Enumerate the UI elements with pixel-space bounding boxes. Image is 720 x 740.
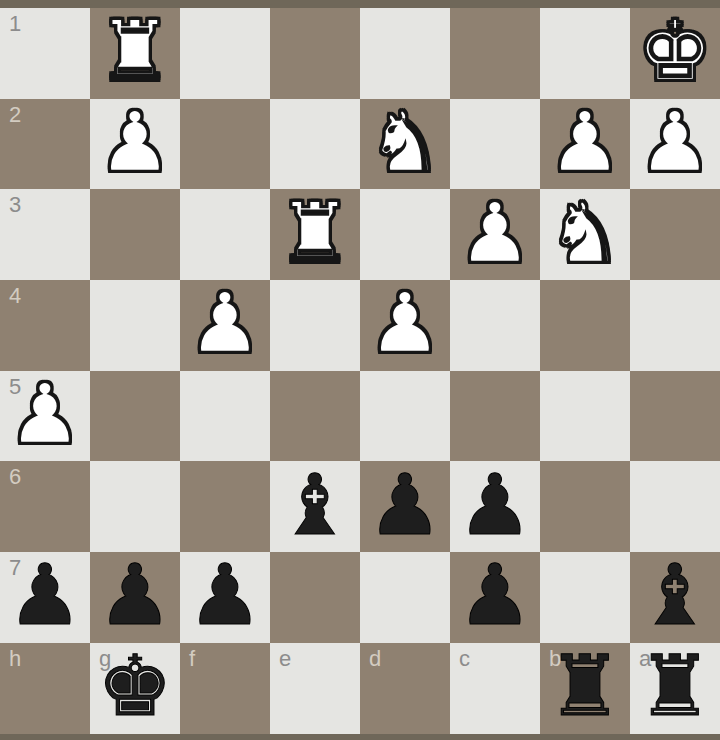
square-g7[interactable]: ♟ <box>90 552 180 643</box>
white-pawn-b2[interactable]: ♟ <box>540 99 630 190</box>
white-pawn-h5[interactable]: ♟ <box>0 371 90 462</box>
black-pawn-c7[interactable]: ♟ <box>450 552 540 643</box>
square-b3[interactable]: ♞ <box>540 189 630 280</box>
square-h8[interactable]: h <box>0 643 90 734</box>
square-a1[interactable]: ♚ <box>630 8 720 99</box>
square-e6[interactable]: ♝ <box>270 461 360 552</box>
square-d2[interactable]: ♞ <box>360 99 450 190</box>
square-a6[interactable] <box>630 461 720 552</box>
chess-app-screen: 1♜♚2♟♞♟♟3♜♟♞4♟♟5♟6♝♟♟7♟♟♟♟♝hg♚fedcb♜a♜ <box>0 0 720 740</box>
square-f4[interactable]: ♟ <box>180 280 270 371</box>
square-c3[interactable]: ♟ <box>450 189 540 280</box>
white-pawn-f4[interactable]: ♟ <box>180 280 270 371</box>
black-bishop-e6[interactable]: ♝ <box>270 461 360 552</box>
square-b8[interactable]: b♜ <box>540 643 630 734</box>
black-pawn-f7[interactable]: ♟ <box>180 552 270 643</box>
rank-label-2: 2 <box>9 103 21 127</box>
white-knight-b3[interactable]: ♞ <box>540 189 630 280</box>
square-a2[interactable]: ♟ <box>630 99 720 190</box>
rank-label-4: 4 <box>9 284 21 308</box>
square-e8[interactable]: e <box>270 643 360 734</box>
square-g3[interactable] <box>90 189 180 280</box>
square-b7[interactable] <box>540 552 630 643</box>
white-pawn-d4[interactable]: ♟ <box>360 280 450 371</box>
square-h7[interactable]: 7♟ <box>0 552 90 643</box>
white-rook-g1[interactable]: ♜ <box>90 8 180 99</box>
square-e2[interactable] <box>270 99 360 190</box>
rank-label-1: 1 <box>9 12 21 36</box>
file-label-h: h <box>9 647 21 671</box>
square-d7[interactable] <box>360 552 450 643</box>
square-h5[interactable]: 5♟ <box>0 371 90 462</box>
square-c1[interactable] <box>450 8 540 99</box>
square-h6[interactable]: 6 <box>0 461 90 552</box>
file-label-f: f <box>189 647 195 671</box>
square-c2[interactable] <box>450 99 540 190</box>
square-e5[interactable] <box>270 371 360 462</box>
file-label-c: c <box>459 647 470 671</box>
white-pawn-g2[interactable]: ♟ <box>90 99 180 190</box>
square-e7[interactable] <box>270 552 360 643</box>
square-f6[interactable] <box>180 461 270 552</box>
white-pawn-a2[interactable]: ♟ <box>630 99 720 190</box>
black-pawn-c6[interactable]: ♟ <box>450 461 540 552</box>
square-a7[interactable]: ♝ <box>630 552 720 643</box>
square-e1[interactable] <box>270 8 360 99</box>
white-king-a1[interactable]: ♚ <box>630 8 720 99</box>
square-f7[interactable]: ♟ <box>180 552 270 643</box>
square-a5[interactable] <box>630 371 720 462</box>
square-f5[interactable] <box>180 371 270 462</box>
square-b2[interactable]: ♟ <box>540 99 630 190</box>
square-h2[interactable]: 2 <box>0 99 90 190</box>
square-h3[interactable]: 3 <box>0 189 90 280</box>
white-rook-e3[interactable]: ♜ <box>270 189 360 280</box>
rank-label-3: 3 <box>9 193 21 217</box>
square-f8[interactable]: f <box>180 643 270 734</box>
square-g8[interactable]: g♚ <box>90 643 180 734</box>
square-d4[interactable]: ♟ <box>360 280 450 371</box>
square-e3[interactable]: ♜ <box>270 189 360 280</box>
square-g6[interactable] <box>90 461 180 552</box>
square-b5[interactable] <box>540 371 630 462</box>
square-d1[interactable] <box>360 8 450 99</box>
square-h4[interactable]: 4 <box>0 280 90 371</box>
black-king-g8[interactable]: ♚ <box>90 643 180 734</box>
black-rook-a8[interactable]: ♜ <box>630 643 720 734</box>
black-bishop-a7[interactable]: ♝ <box>630 552 720 643</box>
square-g4[interactable] <box>90 280 180 371</box>
square-e4[interactable] <box>270 280 360 371</box>
square-a3[interactable] <box>630 189 720 280</box>
square-a4[interactable] <box>630 280 720 371</box>
square-h1[interactable]: 1 <box>0 8 90 99</box>
square-f3[interactable] <box>180 189 270 280</box>
black-rook-b8[interactable]: ♜ <box>540 643 630 734</box>
square-f1[interactable] <box>180 8 270 99</box>
square-f2[interactable] <box>180 99 270 190</box>
square-g5[interactable] <box>90 371 180 462</box>
square-d3[interactable] <box>360 189 450 280</box>
square-d8[interactable]: d <box>360 643 450 734</box>
white-knight-d2[interactable]: ♞ <box>360 99 450 190</box>
white-pawn-c3[interactable]: ♟ <box>450 189 540 280</box>
chess-board: 1♜♚2♟♞♟♟3♜♟♞4♟♟5♟6♝♟♟7♟♟♟♟♝hg♚fedcb♜a♜ <box>0 8 720 734</box>
square-g2[interactable]: ♟ <box>90 99 180 190</box>
square-c6[interactable]: ♟ <box>450 461 540 552</box>
square-a8[interactable]: a♜ <box>630 643 720 734</box>
square-b4[interactable] <box>540 280 630 371</box>
square-d5[interactable] <box>360 371 450 462</box>
file-label-e: e <box>279 647 291 671</box>
square-c7[interactable]: ♟ <box>450 552 540 643</box>
black-pawn-d6[interactable]: ♟ <box>360 461 450 552</box>
square-b6[interactable] <box>540 461 630 552</box>
file-label-d: d <box>369 647 381 671</box>
black-pawn-g7[interactable]: ♟ <box>90 552 180 643</box>
square-c8[interactable]: c <box>450 643 540 734</box>
rank-label-6: 6 <box>9 465 21 489</box>
square-c5[interactable] <box>450 371 540 462</box>
black-pawn-h7[interactable]: ♟ <box>0 552 90 643</box>
square-d6[interactable]: ♟ <box>360 461 450 552</box>
square-c4[interactable] <box>450 280 540 371</box>
square-b1[interactable] <box>540 8 630 99</box>
square-g1[interactable]: ♜ <box>90 8 180 99</box>
